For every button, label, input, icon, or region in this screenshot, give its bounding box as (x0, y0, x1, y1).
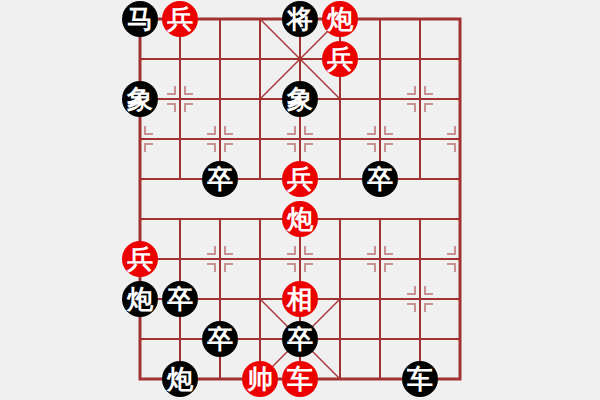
piece-red-soldier[interactable]: 兵 (122, 241, 158, 277)
piece-black-cannon[interactable]: 炮 (162, 361, 198, 397)
piece-black-soldier[interactable]: 卒 (362, 161, 398, 197)
piece-black-elephant[interactable]: 象 (122, 81, 158, 117)
piece-black-elephant[interactable]: 象 (282, 81, 318, 117)
piece-red-soldier[interactable]: 兵 (322, 41, 358, 77)
piece-black-chariot[interactable]: 车 (402, 361, 438, 397)
piece-red-soldier[interactable]: 兵 (162, 1, 198, 37)
piece-red-cannon[interactable]: 炮 (322, 1, 358, 37)
piece-red-soldier[interactable]: 兵 (282, 161, 318, 197)
xiangqi-board-stage: 马兵将炮兵象象卒兵卒炮兵炮卒相卒卒炮帅车车 (0, 0, 600, 400)
piece-red-chariot[interactable]: 车 (282, 361, 318, 397)
piece-black-soldier[interactable]: 卒 (282, 321, 318, 357)
piece-black-cannon[interactable]: 炮 (122, 281, 158, 317)
piece-red-elephant[interactable]: 相 (282, 281, 318, 317)
piece-black-soldier[interactable]: 卒 (162, 281, 198, 317)
piece-black-soldier[interactable]: 卒 (202, 161, 238, 197)
pieces-layer: 马兵将炮兵象象卒兵卒炮兵炮卒相卒卒炮帅车车 (0, 0, 600, 400)
piece-black-soldier[interactable]: 卒 (202, 321, 238, 357)
piece-black-horse[interactable]: 马 (122, 1, 158, 37)
piece-red-cannon[interactable]: 炮 (282, 201, 318, 237)
piece-red-general[interactable]: 帅 (242, 361, 278, 397)
piece-black-general[interactable]: 将 (282, 1, 318, 37)
